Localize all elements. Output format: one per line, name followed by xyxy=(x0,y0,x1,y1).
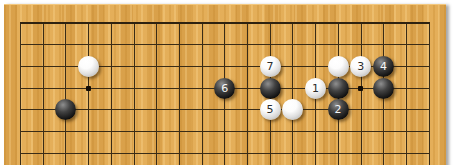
star-point-Q16 xyxy=(358,86,363,91)
stone-white-Q17: 3 xyxy=(350,56,371,77)
stone-black-M16 xyxy=(260,78,281,99)
move-number-label: 4 xyxy=(380,61,387,72)
move-number-label: 5 xyxy=(267,104,274,115)
move-number-label: 3 xyxy=(357,61,364,72)
go-board: 6751234 xyxy=(9,12,440,164)
stone-black-P16 xyxy=(328,78,349,99)
stone-white-M15: 5 xyxy=(260,99,281,120)
stone-white-N15 xyxy=(282,99,303,120)
stone-white-M17: 7 xyxy=(260,56,281,77)
stone-black-K16: 6 xyxy=(214,78,235,99)
stone-black-P15: 2 xyxy=(328,99,349,120)
stone-black-R17: 4 xyxy=(373,56,394,77)
move-number-label: 2 xyxy=(335,104,342,115)
stone-white-O16: 1 xyxy=(305,78,326,99)
move-number-label: 7 xyxy=(267,61,274,72)
stone-black-R16 xyxy=(373,78,394,99)
move-number-label: 6 xyxy=(221,83,228,94)
go-diagram: 6751234 xyxy=(0,0,454,165)
move-number-label: 1 xyxy=(312,83,319,94)
stone-white-P17 xyxy=(328,56,349,77)
stone-white-D17 xyxy=(78,56,99,77)
stone-black-C15 xyxy=(55,99,76,120)
star-point-D16 xyxy=(86,86,91,91)
